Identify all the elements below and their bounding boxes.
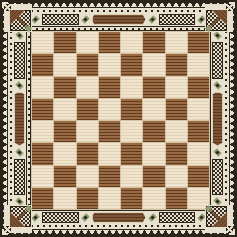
- green-diamond-motif: [212, 148, 223, 157]
- square-a1[interactable]: [32, 188, 53, 209]
- mosaic-strip: [212, 42, 223, 79]
- square-b6[interactable]: [54, 77, 75, 98]
- mosaic-strip: [159, 14, 196, 25]
- wood-plaque: [14, 92, 25, 146]
- green-diamond-motif: [14, 31, 25, 40]
- square-c5[interactable]: [77, 99, 98, 120]
- square-b8[interactable]: [54, 32, 75, 53]
- square-b2[interactable]: [54, 166, 75, 187]
- square-h4[interactable]: [188, 121, 209, 142]
- green-diamond-motif: [14, 148, 25, 157]
- square-b7[interactable]: [54, 54, 75, 75]
- green-diamond-motif: [31, 212, 40, 223]
- square-b1[interactable]: [54, 188, 75, 209]
- wood-plaque: [92, 14, 146, 25]
- corner-cross-tile: [226, 226, 233, 233]
- square-g7[interactable]: [166, 54, 187, 75]
- square-h3[interactable]: [188, 143, 209, 164]
- square-g5[interactable]: [166, 99, 187, 120]
- square-f6[interactable]: [143, 77, 164, 98]
- square-h2[interactable]: [188, 166, 209, 187]
- square-a3[interactable]: [32, 143, 53, 164]
- square-c2[interactable]: [77, 166, 98, 187]
- square-g8[interactable]: [166, 32, 187, 53]
- square-e1[interactable]: [121, 188, 142, 209]
- square-g2[interactable]: [166, 166, 187, 187]
- square-a6[interactable]: [32, 77, 53, 98]
- square-h8[interactable]: [188, 32, 209, 53]
- green-diamond-motif: [14, 81, 25, 90]
- corner-ornament-top-left: [4, 4, 32, 32]
- green-diamond-motif: [81, 212, 90, 223]
- dot-inlay: [7, 10, 230, 12]
- square-e4[interactable]: [121, 121, 142, 142]
- square-e2[interactable]: [121, 166, 142, 187]
- mosaic-strip: [42, 14, 79, 25]
- corner-cross-tile: [4, 226, 11, 233]
- square-d6[interactable]: [99, 77, 120, 98]
- green-diamond-motif: [148, 14, 157, 25]
- square-d4[interactable]: [99, 121, 120, 142]
- square-h5[interactable]: [188, 99, 209, 120]
- sawtooth-border-right: [230, 8, 235, 229]
- corner-cross-tile: [226, 4, 233, 11]
- square-g3[interactable]: [166, 143, 187, 164]
- square-g1[interactable]: [166, 188, 187, 209]
- square-h6[interactable]: [188, 77, 209, 98]
- mosaic-strip: [159, 212, 196, 223]
- square-a8[interactable]: [32, 32, 53, 53]
- square-b4[interactable]: [54, 121, 75, 142]
- wood-plaque: [212, 92, 223, 146]
- square-e5[interactable]: [121, 99, 142, 120]
- mosaic-strip: [14, 42, 25, 79]
- mosaic-strip: [42, 212, 79, 223]
- square-a4[interactable]: [32, 121, 53, 142]
- green-diamond-motif: [81, 14, 90, 25]
- square-f5[interactable]: [143, 99, 164, 120]
- wood-plaque: [92, 212, 146, 223]
- square-g4[interactable]: [166, 121, 187, 142]
- corner-ornament-bottom-right: [205, 205, 233, 233]
- square-c6[interactable]: [77, 77, 98, 98]
- ornament-band-top: [30, 13, 207, 27]
- mosaic-strip: [212, 159, 223, 196]
- square-c3[interactable]: [77, 143, 98, 164]
- square-e6[interactable]: [121, 77, 142, 98]
- sawtooth-border-bottom: [8, 230, 229, 235]
- square-a5[interactable]: [32, 99, 53, 120]
- corner-ornament-top-right: [205, 4, 233, 32]
- ornament-band-left: [13, 30, 27, 207]
- green-diamond-motif: [31, 14, 40, 25]
- square-e7[interactable]: [121, 54, 142, 75]
- square-e3[interactable]: [121, 143, 142, 164]
- green-diamond-motif: [148, 212, 157, 223]
- chess-board[interactable]: [30, 30, 211, 211]
- dot-inlay: [225, 7, 227, 230]
- green-diamond-motif: [212, 31, 223, 40]
- ornament-band-right: [210, 30, 224, 207]
- square-d1[interactable]: [99, 188, 120, 209]
- corner-ornament-bottom-left: [4, 205, 32, 233]
- square-f8[interactable]: [143, 32, 164, 53]
- square-c8[interactable]: [77, 32, 98, 53]
- square-c1[interactable]: [77, 188, 98, 209]
- square-d3[interactable]: [99, 143, 120, 164]
- ornament-band-bottom: [30, 210, 207, 224]
- square-d2[interactable]: [99, 166, 120, 187]
- dot-inlay: [7, 225, 230, 227]
- square-b5[interactable]: [54, 99, 75, 120]
- square-d8[interactable]: [99, 32, 120, 53]
- dot-inlay: [10, 7, 12, 230]
- square-f4[interactable]: [143, 121, 164, 142]
- square-f2[interactable]: [143, 166, 164, 187]
- square-f7[interactable]: [143, 54, 164, 75]
- mosaic-strip: [14, 159, 25, 196]
- square-c4[interactable]: [77, 121, 98, 142]
- square-d5[interactable]: [99, 99, 120, 120]
- square-d7[interactable]: [99, 54, 120, 75]
- chessboard-photo: [0, 0, 237, 237]
- square-a2[interactable]: [32, 166, 53, 187]
- square-c7[interactable]: [77, 54, 98, 75]
- square-b3[interactable]: [54, 143, 75, 164]
- square-f1[interactable]: [143, 188, 164, 209]
- square-g6[interactable]: [166, 77, 187, 98]
- square-e8[interactable]: [121, 32, 142, 53]
- square-a7[interactable]: [32, 54, 53, 75]
- green-diamond-motif: [212, 81, 223, 90]
- square-f3[interactable]: [143, 143, 164, 164]
- square-h7[interactable]: [188, 54, 209, 75]
